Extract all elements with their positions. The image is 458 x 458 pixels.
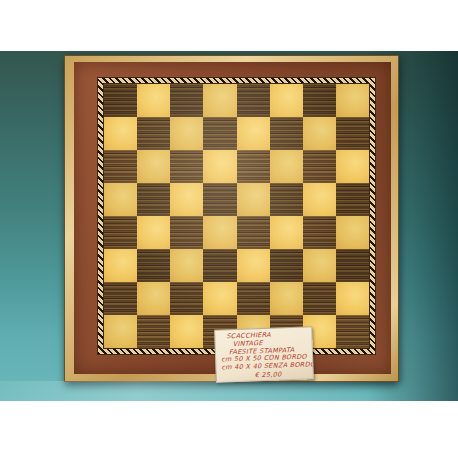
square-a8[interactable] (104, 84, 137, 117)
square-e6[interactable] (237, 150, 270, 183)
square-g4[interactable] (303, 216, 336, 249)
playing-field (103, 83, 370, 349)
square-h7[interactable] (336, 117, 369, 150)
square-e3[interactable] (237, 249, 270, 282)
square-f3[interactable] (270, 249, 303, 282)
photo-backdrop: SCACCHIERAVINTAGEFAESITE STAMPATAcm 50 X… (0, 51, 458, 401)
square-f6[interactable] (270, 150, 303, 183)
square-g3[interactable] (303, 249, 336, 282)
square-h5[interactable] (336, 183, 369, 216)
square-a3[interactable] (104, 249, 137, 282)
square-e7[interactable] (237, 117, 270, 150)
square-d4[interactable] (203, 216, 236, 249)
square-d6[interactable] (203, 150, 236, 183)
square-g5[interactable] (303, 183, 336, 216)
square-b8[interactable] (137, 84, 170, 117)
square-g6[interactable] (303, 150, 336, 183)
price-tag: SCACCHIERAVINTAGEFAESITE STAMPATAcm 50 X… (214, 326, 314, 382)
mahogany-border (74, 62, 391, 374)
square-b7[interactable] (137, 117, 170, 150)
square-g7[interactable] (303, 117, 336, 150)
rope-inlay-border (97, 77, 376, 355)
square-e2[interactable] (237, 282, 270, 315)
square-b5[interactable] (137, 183, 170, 216)
square-e4[interactable] (237, 216, 270, 249)
square-g8[interactable] (303, 84, 336, 117)
square-h8[interactable] (336, 84, 369, 117)
square-b6[interactable] (137, 150, 170, 183)
square-c3[interactable] (170, 249, 203, 282)
square-b4[interactable] (137, 216, 170, 249)
square-d3[interactable] (203, 249, 236, 282)
square-f5[interactable] (270, 183, 303, 216)
square-e5[interactable] (237, 183, 270, 216)
square-g2[interactable] (303, 282, 336, 315)
square-a1[interactable] (104, 315, 137, 348)
square-c1[interactable] (170, 315, 203, 348)
square-d8[interactable] (203, 84, 236, 117)
price-tag-price: € 25,00 (255, 370, 311, 380)
square-b1[interactable] (137, 315, 170, 348)
square-c8[interactable] (170, 84, 203, 117)
square-h2[interactable] (336, 282, 369, 315)
square-f7[interactable] (270, 117, 303, 150)
square-a5[interactable] (104, 183, 137, 216)
square-c2[interactable] (170, 282, 203, 315)
square-a4[interactable] (104, 216, 137, 249)
square-c7[interactable] (170, 117, 203, 150)
square-h1[interactable] (336, 315, 369, 348)
square-c4[interactable] (170, 216, 203, 249)
square-h4[interactable] (336, 216, 369, 249)
square-h3[interactable] (336, 249, 369, 282)
square-d5[interactable] (203, 183, 236, 216)
square-a6[interactable] (104, 150, 137, 183)
square-c5[interactable] (170, 183, 203, 216)
square-h6[interactable] (336, 150, 369, 183)
square-f4[interactable] (270, 216, 303, 249)
square-f8[interactable] (270, 84, 303, 117)
square-b3[interactable] (137, 249, 170, 282)
square-d2[interactable] (203, 282, 236, 315)
square-f2[interactable] (270, 282, 303, 315)
square-d7[interactable] (203, 117, 236, 150)
square-b2[interactable] (137, 282, 170, 315)
square-a7[interactable] (104, 117, 137, 150)
square-a2[interactable] (104, 282, 137, 315)
square-e8[interactable] (237, 84, 270, 117)
square-c6[interactable] (170, 150, 203, 183)
